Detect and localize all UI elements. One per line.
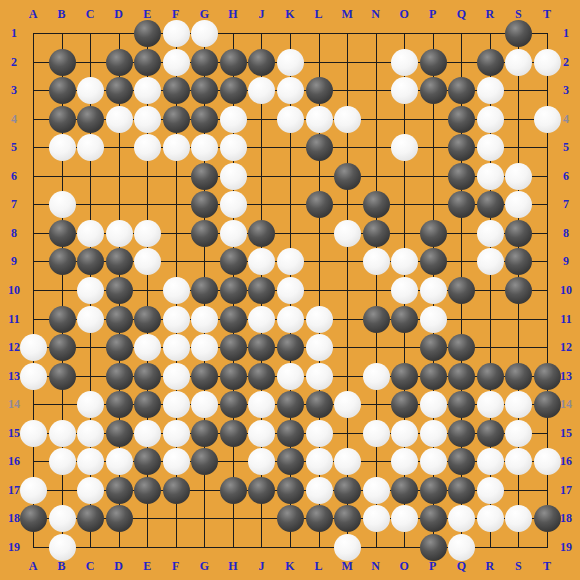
- black-stone[interactable]: ●: [220, 248, 247, 275]
- black-stone[interactable]: ●: [477, 363, 504, 390]
- black-stone[interactable]: ●: [220, 477, 247, 504]
- black-stone[interactable]: ●: [49, 334, 76, 361]
- black-stone[interactable]: ●: [448, 477, 475, 504]
- white-stone[interactable]: ●: [477, 163, 504, 190]
- black-stone[interactable]: ●: [448, 163, 475, 190]
- coord-label: 4: [11, 111, 17, 126]
- coord-label: R: [486, 7, 495, 22]
- black-stone[interactable]: ●: [448, 363, 475, 390]
- coord-label: C: [86, 7, 95, 22]
- white-stone[interactable]: ●: [220, 106, 247, 133]
- white-stone[interactable]: ●: [49, 191, 76, 218]
- white-stone[interactable]: ●: [77, 477, 104, 504]
- white-stone[interactable]: ●: [334, 448, 361, 475]
- coord-label: 3: [11, 83, 17, 98]
- coord-label: G: [200, 559, 209, 574]
- black-stone[interactable]: ●: [505, 363, 532, 390]
- black-stone[interactable]: ●: [534, 505, 561, 532]
- coord-label: K: [285, 559, 294, 574]
- black-stone[interactable]: ●: [334, 505, 361, 532]
- white-stone[interactable]: ●: [420, 448, 447, 475]
- black-stone[interactable]: ●: [420, 505, 447, 532]
- white-stone[interactable]: ●: [420, 277, 447, 304]
- white-stone[interactable]: ●: [134, 77, 161, 104]
- black-stone[interactable]: ●: [248, 334, 275, 361]
- black-stone[interactable]: ●: [220, 391, 247, 418]
- white-stone[interactable]: ●: [477, 248, 504, 275]
- coord-label: 13: [8, 368, 20, 383]
- black-stone[interactable]: ●: [248, 49, 275, 76]
- black-stone[interactable]: ●: [477, 420, 504, 447]
- white-stone[interactable]: ●: [306, 448, 333, 475]
- coord-label: 17: [8, 482, 20, 497]
- black-stone[interactable]: ●: [420, 248, 447, 275]
- white-stone[interactable]: ●: [391, 77, 418, 104]
- white-stone[interactable]: ●: [163, 448, 190, 475]
- white-stone[interactable]: ●: [505, 49, 532, 76]
- coord-label: 9: [563, 254, 569, 269]
- black-stone[interactable]: ●: [49, 248, 76, 275]
- coord-label: T: [543, 7, 551, 22]
- white-stone[interactable]: ●: [77, 420, 104, 447]
- white-stone[interactable]: ●: [77, 134, 104, 161]
- black-stone[interactable]: ●: [448, 106, 475, 133]
- coord-label: 12: [560, 340, 572, 355]
- coord-label: 6: [563, 168, 569, 183]
- black-stone[interactable]: ●: [77, 248, 104, 275]
- coord-label: E: [143, 559, 151, 574]
- black-stone[interactable]: ●: [106, 248, 133, 275]
- white-stone[interactable]: ●: [163, 277, 190, 304]
- coord-label: A: [29, 7, 38, 22]
- black-stone[interactable]: ●: [420, 477, 447, 504]
- black-stone[interactable]: ●: [334, 163, 361, 190]
- black-stone[interactable]: ●: [49, 220, 76, 247]
- coord-label: 10: [8, 283, 20, 298]
- coord-label: J: [258, 7, 264, 22]
- black-stone[interactable]: ●: [420, 334, 447, 361]
- white-stone[interactable]: ●: [106, 220, 133, 247]
- white-stone[interactable]: ●: [391, 134, 418, 161]
- white-stone[interactable]: ●: [505, 448, 532, 475]
- white-stone[interactable]: ●: [248, 248, 275, 275]
- white-stone[interactable]: ●: [191, 134, 218, 161]
- black-stone[interactable]: ●: [277, 477, 304, 504]
- white-stone[interactable]: ●: [277, 49, 304, 76]
- white-stone[interactable]: ●: [77, 220, 104, 247]
- white-stone[interactable]: ●: [334, 391, 361, 418]
- white-stone[interactable]: ●: [277, 306, 304, 333]
- black-stone[interactable]: ●: [277, 448, 304, 475]
- white-stone[interactable]: ●: [505, 391, 532, 418]
- black-stone[interactable]: ●: [163, 477, 190, 504]
- black-stone[interactable]: ●: [420, 534, 447, 561]
- coord-label: M: [341, 7, 352, 22]
- white-stone[interactable]: ●: [505, 505, 532, 532]
- coord-label: 5: [11, 140, 17, 155]
- white-stone[interactable]: ●: [277, 77, 304, 104]
- white-stone[interactable]: ●: [477, 505, 504, 532]
- coord-label: 15: [8, 425, 20, 440]
- white-stone[interactable]: ●: [49, 448, 76, 475]
- black-stone[interactable]: ●: [534, 391, 561, 418]
- white-stone[interactable]: ●: [20, 363, 47, 390]
- black-stone[interactable]: ●: [106, 477, 133, 504]
- grid-line-vertical: [376, 33, 377, 548]
- white-stone[interactable]: ●: [163, 20, 190, 47]
- white-stone[interactable]: ●: [363, 420, 390, 447]
- white-stone[interactable]: ●: [77, 277, 104, 304]
- coord-label: N: [371, 559, 380, 574]
- black-stone[interactable]: ●: [134, 306, 161, 333]
- white-stone[interactable]: ●: [220, 191, 247, 218]
- black-stone[interactable]: ●: [391, 363, 418, 390]
- coord-label: 12: [8, 340, 20, 355]
- black-stone[interactable]: ●: [477, 191, 504, 218]
- white-stone[interactable]: ●: [49, 420, 76, 447]
- black-stone[interactable]: ●: [220, 49, 247, 76]
- white-stone[interactable]: ●: [191, 306, 218, 333]
- coord-label: 17: [560, 482, 572, 497]
- coord-label: A: [29, 559, 38, 574]
- black-stone[interactable]: ●: [49, 106, 76, 133]
- black-stone[interactable]: ●: [420, 77, 447, 104]
- black-stone[interactable]: ●: [448, 334, 475, 361]
- white-stone[interactable]: ●: [334, 220, 361, 247]
- black-stone[interactable]: ●: [420, 49, 447, 76]
- black-stone[interactable]: ●: [220, 77, 247, 104]
- coord-label: 10: [560, 283, 572, 298]
- white-stone[interactable]: ●: [163, 420, 190, 447]
- black-stone[interactable]: ●: [163, 106, 190, 133]
- black-stone[interactable]: ●: [420, 220, 447, 247]
- coord-label: 18: [560, 511, 572, 526]
- black-stone[interactable]: ●: [448, 134, 475, 161]
- white-stone[interactable]: ●: [163, 306, 190, 333]
- white-stone[interactable]: ●: [163, 334, 190, 361]
- white-stone[interactable]: ●: [191, 334, 218, 361]
- white-stone[interactable]: ●: [20, 477, 47, 504]
- black-stone[interactable]: ●: [306, 191, 333, 218]
- black-stone[interactable]: ●: [163, 77, 190, 104]
- white-stone[interactable]: ●: [134, 220, 161, 247]
- white-stone[interactable]: ●: [220, 220, 247, 247]
- white-stone[interactable]: ●: [334, 534, 361, 561]
- black-stone[interactable]: ●: [220, 420, 247, 447]
- coord-label: D: [114, 559, 123, 574]
- white-stone[interactable]: ●: [77, 77, 104, 104]
- white-stone[interactable]: ●: [477, 134, 504, 161]
- coord-label: C: [86, 559, 95, 574]
- white-stone[interactable]: ●: [448, 534, 475, 561]
- black-stone[interactable]: ●: [448, 448, 475, 475]
- white-stone[interactable]: ●: [248, 77, 275, 104]
- black-stone[interactable]: ●: [106, 77, 133, 104]
- white-stone[interactable]: ●: [77, 306, 104, 333]
- white-stone[interactable]: ●: [477, 220, 504, 247]
- white-stone[interactable]: ●: [106, 448, 133, 475]
- black-stone[interactable]: ●: [448, 420, 475, 447]
- white-stone[interactable]: ●: [134, 334, 161, 361]
- black-stone[interactable]: ●: [191, 163, 218, 190]
- black-stone[interactable]: ●: [106, 277, 133, 304]
- coord-label: 7: [11, 197, 17, 212]
- black-stone[interactable]: ●: [20, 505, 47, 532]
- white-stone[interactable]: ●: [277, 106, 304, 133]
- coord-label: 2: [563, 54, 569, 69]
- coord-label: O: [400, 559, 409, 574]
- black-stone[interactable]: ●: [277, 420, 304, 447]
- white-stone[interactable]: ●: [20, 334, 47, 361]
- white-stone[interactable]: ●: [306, 477, 333, 504]
- black-stone[interactable]: ●: [505, 248, 532, 275]
- white-stone[interactable]: ●: [334, 106, 361, 133]
- coord-label: 19: [560, 540, 572, 555]
- white-stone[interactable]: ●: [420, 306, 447, 333]
- black-stone[interactable]: ●: [391, 477, 418, 504]
- black-stone[interactable]: ●: [134, 391, 161, 418]
- black-stone[interactable]: ●: [505, 20, 532, 47]
- white-stone[interactable]: ●: [391, 277, 418, 304]
- white-stone[interactable]: ●: [420, 391, 447, 418]
- white-stone[interactable]: ●: [248, 420, 275, 447]
- coord-label: 11: [8, 311, 19, 326]
- black-stone[interactable]: ●: [134, 448, 161, 475]
- black-stone[interactable]: ●: [49, 49, 76, 76]
- black-stone[interactable]: ●: [49, 306, 76, 333]
- black-stone[interactable]: ●: [134, 20, 161, 47]
- white-stone[interactable]: ●: [220, 163, 247, 190]
- black-stone[interactable]: ●: [248, 363, 275, 390]
- black-stone[interactable]: ●: [334, 477, 361, 504]
- white-stone[interactable]: ●: [477, 391, 504, 418]
- black-stone[interactable]: ●: [106, 420, 133, 447]
- black-stone[interactable]: ●: [191, 77, 218, 104]
- coord-label: R: [486, 559, 495, 574]
- coord-label: 15: [560, 425, 572, 440]
- black-stone[interactable]: ●: [191, 49, 218, 76]
- white-stone[interactable]: ●: [306, 106, 333, 133]
- black-stone[interactable]: ●: [134, 477, 161, 504]
- white-stone[interactable]: ●: [248, 306, 275, 333]
- white-stone[interactable]: ●: [20, 420, 47, 447]
- black-stone[interactable]: ●: [220, 363, 247, 390]
- black-stone[interactable]: ●: [534, 363, 561, 390]
- white-stone[interactable]: ●: [248, 448, 275, 475]
- black-stone[interactable]: ●: [420, 363, 447, 390]
- black-stone[interactable]: ●: [448, 77, 475, 104]
- white-stone[interactable]: ●: [448, 505, 475, 532]
- white-stone[interactable]: ●: [134, 248, 161, 275]
- white-stone[interactable]: ●: [363, 477, 390, 504]
- black-stone[interactable]: ●: [134, 363, 161, 390]
- white-stone[interactable]: ●: [477, 448, 504, 475]
- coord-label: 18: [8, 511, 20, 526]
- white-stone[interactable]: ●: [534, 448, 561, 475]
- coord-label: 14: [560, 397, 572, 412]
- black-stone[interactable]: ●: [391, 306, 418, 333]
- black-stone[interactable]: ●: [363, 306, 390, 333]
- black-stone[interactable]: ●: [106, 49, 133, 76]
- white-stone[interactable]: ●: [134, 106, 161, 133]
- white-stone[interactable]: ●: [191, 20, 218, 47]
- coord-label: 6: [11, 168, 17, 183]
- coord-label: 9: [11, 254, 17, 269]
- white-stone[interactable]: ●: [391, 505, 418, 532]
- coord-label: 1: [11, 26, 17, 41]
- coord-label: 19: [8, 540, 20, 555]
- white-stone[interactable]: ●: [134, 420, 161, 447]
- black-stone[interactable]: ●: [363, 191, 390, 218]
- white-stone[interactable]: ●: [77, 448, 104, 475]
- black-stone[interactable]: ●: [220, 334, 247, 361]
- coord-label: H: [228, 559, 237, 574]
- black-stone[interactable]: ●: [306, 505, 333, 532]
- black-stone[interactable]: ●: [306, 134, 333, 161]
- white-stone[interactable]: ●: [363, 505, 390, 532]
- white-stone[interactable]: ●: [277, 248, 304, 275]
- white-stone[interactable]: ●: [220, 134, 247, 161]
- white-stone[interactable]: ●: [134, 134, 161, 161]
- coord-label: 3: [563, 83, 569, 98]
- black-stone[interactable]: ●: [277, 505, 304, 532]
- black-stone[interactable]: ●: [448, 391, 475, 418]
- black-stone[interactable]: ●: [106, 306, 133, 333]
- go-board[interactable]: AABBCCDDEEFFGGHHJJKKLLMMNNOOPPQQRRSSTT11…: [0, 0, 580, 580]
- white-stone[interactable]: ●: [306, 363, 333, 390]
- black-stone[interactable]: ●: [391, 391, 418, 418]
- black-stone[interactable]: ●: [248, 477, 275, 504]
- black-stone[interactable]: ●: [220, 277, 247, 304]
- white-stone[interactable]: ●: [49, 134, 76, 161]
- coord-label: N: [371, 7, 380, 22]
- white-stone[interactable]: ●: [391, 49, 418, 76]
- white-stone[interactable]: ●: [391, 420, 418, 447]
- black-stone[interactable]: ●: [191, 106, 218, 133]
- black-stone[interactable]: ●: [191, 448, 218, 475]
- black-stone[interactable]: ●: [134, 49, 161, 76]
- black-stone[interactable]: ●: [306, 77, 333, 104]
- white-stone[interactable]: ●: [477, 477, 504, 504]
- white-stone[interactable]: ●: [248, 391, 275, 418]
- coord-label: 8: [563, 225, 569, 240]
- coord-label: S: [515, 559, 522, 574]
- white-stone[interactable]: ●: [163, 391, 190, 418]
- coord-label: D: [114, 7, 123, 22]
- black-stone[interactable]: ●: [277, 334, 304, 361]
- coord-label: J: [258, 559, 264, 574]
- black-stone[interactable]: ●: [106, 391, 133, 418]
- black-stone[interactable]: ●: [220, 306, 247, 333]
- black-stone[interactable]: ●: [277, 391, 304, 418]
- coord-label: 4: [563, 111, 569, 126]
- coord-label: 11: [560, 311, 571, 326]
- coord-label: L: [315, 7, 323, 22]
- coord-label: P: [429, 7, 436, 22]
- white-stone[interactable]: ●: [163, 134, 190, 161]
- coord-label: 5: [563, 140, 569, 155]
- coord-label: 13: [560, 368, 572, 383]
- white-stone[interactable]: ●: [363, 363, 390, 390]
- black-stone[interactable]: ●: [106, 505, 133, 532]
- white-stone[interactable]: ●: [505, 163, 532, 190]
- white-stone[interactable]: ●: [306, 306, 333, 333]
- black-stone[interactable]: ●: [191, 191, 218, 218]
- black-stone[interactable]: ●: [191, 220, 218, 247]
- coord-label: T: [543, 559, 551, 574]
- coord-label: 7: [563, 197, 569, 212]
- white-stone[interactable]: ●: [163, 363, 190, 390]
- black-stone[interactable]: ●: [448, 277, 475, 304]
- coord-label: 1: [563, 26, 569, 41]
- black-stone[interactable]: ●: [248, 220, 275, 247]
- white-stone[interactable]: ●: [277, 277, 304, 304]
- white-stone[interactable]: ●: [420, 420, 447, 447]
- coord-label: 2: [11, 54, 17, 69]
- coord-label: 14: [8, 397, 20, 412]
- coord-label: 16: [560, 454, 572, 469]
- black-stone[interactable]: ●: [191, 363, 218, 390]
- white-stone[interactable]: ●: [106, 106, 133, 133]
- black-stone[interactable]: ●: [49, 363, 76, 390]
- white-stone[interactable]: ●: [49, 534, 76, 561]
- coord-label: L: [315, 559, 323, 574]
- coord-label: H: [228, 7, 237, 22]
- white-stone[interactable]: ●: [163, 49, 190, 76]
- black-stone[interactable]: ●: [77, 106, 104, 133]
- white-stone[interactable]: ●: [391, 248, 418, 275]
- coord-label: F: [172, 559, 179, 574]
- white-stone[interactable]: ●: [391, 448, 418, 475]
- white-stone[interactable]: ●: [505, 191, 532, 218]
- coord-label: B: [58, 7, 66, 22]
- black-stone[interactable]: ●: [306, 391, 333, 418]
- white-stone[interactable]: ●: [191, 391, 218, 418]
- white-stone[interactable]: ●: [477, 77, 504, 104]
- black-stone[interactable]: ●: [448, 191, 475, 218]
- white-stone[interactable]: ●: [534, 106, 561, 133]
- white-stone[interactable]: ●: [505, 420, 532, 447]
- white-stone[interactable]: ●: [363, 248, 390, 275]
- black-stone[interactable]: ●: [248, 277, 275, 304]
- white-stone[interactable]: ●: [277, 363, 304, 390]
- coord-label: Q: [457, 7, 466, 22]
- black-stone[interactable]: ●: [49, 77, 76, 104]
- coord-label: 8: [11, 225, 17, 240]
- black-stone[interactable]: ●: [106, 363, 133, 390]
- white-stone[interactable]: ●: [306, 334, 333, 361]
- coord-label: O: [400, 7, 409, 22]
- coord-label: 16: [8, 454, 20, 469]
- coord-label: K: [285, 7, 294, 22]
- black-stone[interactable]: ●: [106, 334, 133, 361]
- white-stone[interactable]: ●: [477, 106, 504, 133]
- black-stone[interactable]: ●: [505, 277, 532, 304]
- white-stone[interactable]: ●: [534, 49, 561, 76]
- white-stone[interactable]: ●: [306, 420, 333, 447]
- black-stone[interactable]: ●: [191, 277, 218, 304]
- white-stone[interactable]: ●: [49, 505, 76, 532]
- black-stone[interactable]: ●: [191, 420, 218, 447]
- black-stone[interactable]: ●: [77, 505, 104, 532]
- black-stone[interactable]: ●: [505, 220, 532, 247]
- white-stone[interactable]: ●: [77, 391, 104, 418]
- black-stone[interactable]: ●: [477, 49, 504, 76]
- black-stone[interactable]: ●: [363, 220, 390, 247]
